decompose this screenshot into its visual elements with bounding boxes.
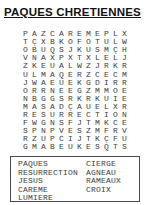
puzzle-title: PAQUES CHRETIENNES [4,6,141,18]
word-list-item-croix: CROIX [86,186,121,195]
grid-cell-r15c1[interactable]: G [21,143,30,151]
word-list-box: PAQUESRESURRECTIONJESUSCAREMELUMIERE CIE… [10,156,140,202]
grid-cell-r15c8[interactable]: E [84,143,93,151]
word-search-worksheet: PAQUES CHRETIENNES PAZCAREMEPLXTÇXBKOFOT… [0,0,150,205]
letter-grid: PAZCAREMEPLXTÇXBKOFOTULWOBUQSJKUSMÇHVNAX… [21,30,129,151]
grid-cell-r15c6[interactable]: U [66,143,75,151]
grid-cell-r15c12[interactable]: S [120,143,129,151]
grid-cell-r15c5[interactable]: E [57,143,66,151]
grid-cell-r15c2[interactable]: M [30,143,39,151]
grid-cell-r15c10[interactable]: Q [102,143,111,151]
word-list-item-lumiere: LUMIERE [18,194,79,203]
word-list-column-2: CIERGEAGNEAURAMEAUXCROIX [79,160,121,201]
grid-cell-r15c3[interactable]: A [39,143,48,151]
grid-cell-r15c4[interactable]: B [48,143,57,151]
word-list-column-1: PAQUESRESURRECTIONJESUSCAREMELUMIERE [11,160,79,201]
grid-cell-r15c11[interactable]: T [111,143,120,151]
grid-cell-r15c7[interactable]: K [75,143,84,151]
grid-cell-r15c9[interactable]: S [93,143,102,151]
